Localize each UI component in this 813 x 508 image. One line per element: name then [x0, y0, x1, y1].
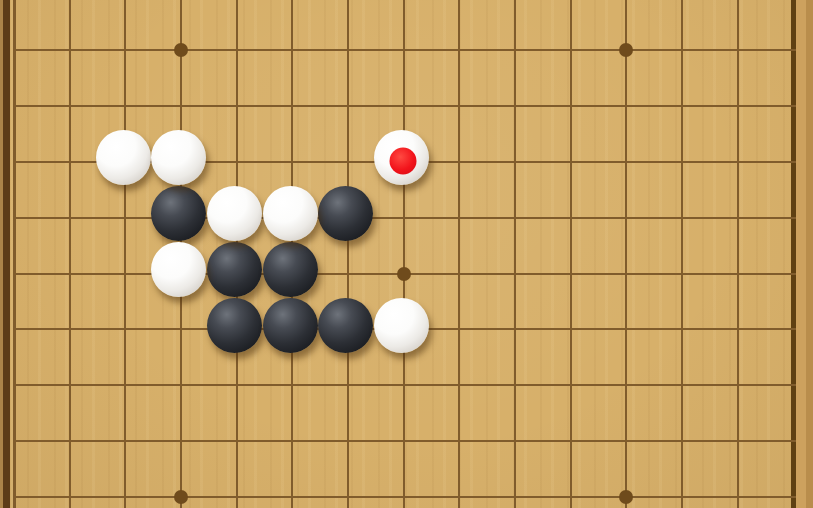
black-stone	[263, 242, 318, 297]
stones-layer	[0, 22, 813, 508]
black-stone	[207, 298, 262, 353]
black-stone	[318, 186, 373, 241]
white-stone	[207, 186, 262, 241]
white-stone	[374, 298, 429, 353]
black-stone	[318, 298, 373, 353]
white-stone	[151, 130, 206, 185]
star-point	[397, 267, 411, 281]
star-point	[174, 43, 188, 57]
star-point	[619, 43, 633, 57]
white-stone	[96, 130, 151, 185]
white-stone	[263, 186, 318, 241]
black-stone	[263, 298, 318, 353]
star-point	[619, 490, 633, 504]
black-stone	[151, 186, 206, 241]
white-stone	[151, 242, 206, 297]
black-stone	[207, 242, 262, 297]
gomoku-board[interactable]	[0, 0, 813, 508]
white-stone	[374, 130, 429, 185]
last-move-marker	[389, 147, 416, 174]
star-point	[174, 490, 188, 504]
